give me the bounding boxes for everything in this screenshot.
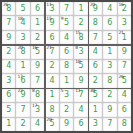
cell-r5c5[interactable]: 8 <box>60 60 73 73</box>
cell-r2c5[interactable]: 95 <box>60 16 73 29</box>
cell-digit: 2 <box>93 77 98 85</box>
cell-r2c9[interactable]: 3 <box>118 16 131 29</box>
cell-r4c3[interactable]: 165 <box>31 45 44 58</box>
cell-r1c8[interactable]: 4 <box>103 2 116 15</box>
cell-digit: 6 <box>64 48 69 56</box>
cell-r5c1[interactable]: 4 <box>2 60 15 73</box>
cell-r7c4[interactable]: 1 <box>45 89 58 102</box>
cell-r6c6[interactable]: 9 <box>74 74 87 87</box>
cell-r2c6[interactable]: 2 <box>74 16 87 29</box>
cage-sum-label: 10 <box>75 60 80 65</box>
cell-digit: 2 <box>64 106 69 114</box>
cage-sum-label: 16 <box>32 46 37 51</box>
cell-digit: 2 <box>21 120 26 128</box>
cell-r1c7[interactable]: 209 <box>89 2 102 15</box>
cell-r7c3[interactable]: 88 <box>31 89 44 102</box>
cell-r7c2[interactable]: 229 <box>16 89 29 102</box>
cell-digit: 5 <box>64 19 69 27</box>
cell-digit: 9 <box>78 77 83 85</box>
cell-digit: 7 <box>21 106 26 114</box>
cell-r8c7[interactable]: 1 <box>89 103 102 116</box>
cell-digit: 7 <box>6 19 11 27</box>
cell-digit: 8 <box>35 91 40 99</box>
cell-digit: 9 <box>107 106 112 114</box>
cage-sum-label: 5 <box>61 89 64 94</box>
cell-digit: 4 <box>93 48 98 56</box>
cell-digit: 3 <box>6 77 11 85</box>
cell-digit: 2 <box>35 34 40 42</box>
cell-digit: 8 <box>122 120 127 128</box>
cell-r5c4[interactable]: 2 <box>45 60 58 73</box>
cage-sum-label: 8 <box>32 89 35 94</box>
cell-r6c2[interactable]: 176 <box>16 74 29 87</box>
cell-digit: 6 <box>6 91 11 99</box>
cell-r2c2[interactable]: 184 <box>16 16 29 29</box>
cell-digit: 1 <box>21 62 26 70</box>
cell-r8c8[interactable]: 9 <box>103 103 116 116</box>
cell-digit: 3 <box>107 62 112 70</box>
cell-r9c4[interactable]: 205 <box>45 118 58 131</box>
cage-sum-label: 26 <box>119 75 124 80</box>
cell-r3c8[interactable]: 5 <box>103 31 116 44</box>
cell-digit: 4 <box>35 120 40 128</box>
cell-r5c2[interactable]: 1 <box>16 60 29 73</box>
cell-digit: 4 <box>78 106 83 114</box>
cell-r8c3[interactable]: 173 <box>31 103 44 116</box>
cell-digit: 9 <box>122 48 127 56</box>
cell-digit: 7 <box>93 34 98 42</box>
cell-digit: 6 <box>93 62 98 70</box>
cell-r1c6[interactable]: 1 <box>74 2 87 15</box>
cell-r7c9[interactable]: 4 <box>118 89 131 102</box>
cell-r2c1[interactable]: 7 <box>2 16 15 29</box>
cell-r4c7[interactable]: 4 <box>89 45 102 58</box>
cell-digit: 6 <box>35 5 40 13</box>
cell-r8c4[interactable]: 8 <box>45 103 58 116</box>
cell-r3c5[interactable]: 4 <box>60 31 73 44</box>
cell-digit: 5 <box>107 34 112 42</box>
cell-digit: 3 <box>78 48 83 56</box>
cell-digit: 1 <box>50 91 55 99</box>
cell-r6c8[interactable]: 8 <box>103 74 116 87</box>
cell-digit: 7 <box>35 77 40 85</box>
cell-digit: 1 <box>6 120 11 128</box>
cell-r1c3[interactable]: 6 <box>31 2 44 15</box>
cell-digit: 3 <box>93 120 98 128</box>
cell-r4c8[interactable]: 1 <box>103 45 116 58</box>
cell-digit: 7 <box>107 120 112 128</box>
cell-r6c4[interactable]: 4 <box>45 74 58 87</box>
cell-r3c4[interactable]: 6 <box>45 31 58 44</box>
cage-sum-label: 9 <box>61 17 64 22</box>
cage-sum-label: 21 <box>119 31 124 36</box>
cell-digit: 9 <box>35 62 40 70</box>
cell-digit: 9 <box>6 34 11 42</box>
cell-r9c6[interactable]: 6 <box>74 118 87 131</box>
cell-r7c6[interactable]: 117 <box>74 89 87 102</box>
cell-digit: 8 <box>107 77 112 85</box>
cell-r4c6[interactable]: 83 <box>74 45 87 58</box>
cell-digit: 8 <box>50 106 55 114</box>
cell-r9c1[interactable]: 1 <box>2 118 15 131</box>
cell-r1c2[interactable]: 5 <box>16 2 29 15</box>
cell-digit: 1 <box>35 19 40 27</box>
cage-sum-label: 15 <box>75 31 80 36</box>
cell-digit: 3 <box>122 19 127 27</box>
cell-digit: 6 <box>107 19 112 27</box>
sudoku-cell-grid: 2685611371209416271841159952863932641587… <box>2 2 131 131</box>
cage-sum-label: 30 <box>90 89 95 94</box>
cage-sum-label: 17 <box>17 75 22 80</box>
cell-r8c6[interactable]: 4 <box>74 103 87 116</box>
cell-digit: 8 <box>64 62 69 70</box>
cell-r9c9[interactable]: 8 <box>118 118 131 131</box>
cell-r4c4[interactable]: 217 <box>45 45 58 58</box>
cell-digit: 1 <box>78 5 83 13</box>
cell-r3c2[interactable]: 3 <box>16 31 29 44</box>
cage-sum-label: 11 <box>46 3 51 8</box>
cell-digit: 8 <box>93 19 98 27</box>
cell-r4c5[interactable]: 6 <box>60 45 73 58</box>
cell-r5c3[interactable]: 9 <box>31 60 44 73</box>
cage-sum-label: 16 <box>119 3 124 8</box>
cell-digit: 2 <box>6 48 11 56</box>
cell-r3c7[interactable]: 7 <box>89 31 102 44</box>
cell-digit: 4 <box>122 91 127 99</box>
cell-digit: 1 <box>64 77 69 85</box>
cell-digit: 4 <box>107 5 112 13</box>
cell-r8c1[interactable]: 5 <box>2 103 15 116</box>
cell-digit: 5 <box>21 5 26 13</box>
cell-digit: 6 <box>122 106 127 114</box>
cell-r1c9[interactable]: 162 <box>118 2 131 15</box>
cell-r9c7[interactable]: 3 <box>89 118 102 131</box>
cell-r6c5[interactable]: 1 <box>60 74 73 87</box>
cell-r9c8[interactable]: 7 <box>103 118 116 131</box>
cell-r2c4[interactable]: 159 <box>45 16 58 29</box>
cell-r2c7[interactable]: 8 <box>89 16 102 29</box>
cage-sum-label: 20 <box>46 118 51 123</box>
cell-r8c5[interactable]: 2 <box>60 103 73 116</box>
cell-digit: 2 <box>50 62 55 70</box>
cell-digit: 1 <box>93 106 98 114</box>
cell-r7c1[interactable]: 6 <box>2 89 15 102</box>
cell-r6c3[interactable]: 7 <box>31 74 44 87</box>
sudoku-board: 2685611371209416271841159952863932641587… <box>0 0 133 133</box>
cell-digit: 7 <box>64 5 69 13</box>
cell-r3c1[interactable]: 9 <box>2 31 15 44</box>
cage-sum-label: 20 <box>90 3 95 8</box>
cage-sum-label: 8 <box>75 46 78 51</box>
cell-digit: 4 <box>6 62 11 70</box>
cell-r2c3[interactable]: 1 <box>31 16 44 29</box>
cell-r7c7[interactable]: 305 <box>89 89 102 102</box>
cell-r1c5[interactable]: 7 <box>60 2 73 15</box>
cell-digit: 5 <box>6 106 11 114</box>
cage-sum-label: 15 <box>46 17 51 22</box>
cell-r1c4[interactable]: 113 <box>45 2 58 15</box>
cell-digit: 7 <box>122 62 127 70</box>
cell-digit: 9 <box>64 120 69 128</box>
cell-digit: 6 <box>50 34 55 42</box>
cell-r9c5[interactable]: 9 <box>60 118 73 131</box>
cell-digit: 2 <box>107 91 112 99</box>
cell-r7c5[interactable]: 53 <box>60 89 73 102</box>
cell-r8c9[interactable]: 6 <box>118 103 131 116</box>
cell-r6c1[interactable]: 3 <box>2 74 15 87</box>
cell-r6c7[interactable]: 2 <box>89 74 102 87</box>
cage-sum-label: 21 <box>46 46 51 51</box>
cell-digit: 3 <box>21 34 26 42</box>
cell-r9c3[interactable]: 4 <box>31 118 44 131</box>
cell-r3c9[interactable]: 211 <box>118 31 131 44</box>
cage-sum-label: 22 <box>17 89 22 94</box>
cage-sum-label: 11 <box>75 89 80 94</box>
cell-r5c7[interactable]: 6 <box>89 60 102 73</box>
cell-r9c2[interactable]: 2 <box>16 118 29 131</box>
cell-digit: 6 <box>78 120 83 128</box>
cell-r2c8[interactable]: 6 <box>103 16 116 29</box>
cell-r3c3[interactable]: 2 <box>31 31 44 44</box>
cell-r4c9[interactable]: 9 <box>118 45 131 58</box>
cell-digit: 4 <box>50 77 55 85</box>
cell-digit: 3 <box>64 91 69 99</box>
cell-r8c2[interactable]: 7 <box>16 103 29 116</box>
cell-r4c2[interactable]: 208 <box>16 45 29 58</box>
cage-sum-label: 17 <box>32 104 37 109</box>
cell-digit: 2 <box>78 19 83 27</box>
cell-r5c9[interactable]: 7 <box>118 60 131 73</box>
cell-r3c6[interactable]: 158 <box>74 31 87 44</box>
cage-sum-label: 26 <box>3 3 8 8</box>
cell-digit: 4 <box>64 34 69 42</box>
cage-sum-label: 18 <box>17 17 22 22</box>
cage-sum-label: 20 <box>17 46 22 51</box>
cell-r4c1[interactable]: 2 <box>2 45 15 58</box>
cell-digit: 1 <box>107 48 112 56</box>
cell-r5c6[interactable]: 105 <box>74 60 87 73</box>
cell-r6c9[interactable]: 265 <box>118 74 131 87</box>
cell-r5c8[interactable]: 3 <box>103 60 116 73</box>
cell-r7c8[interactable]: 2 <box>103 89 116 102</box>
cell-r1c1[interactable]: 268 <box>2 2 15 15</box>
